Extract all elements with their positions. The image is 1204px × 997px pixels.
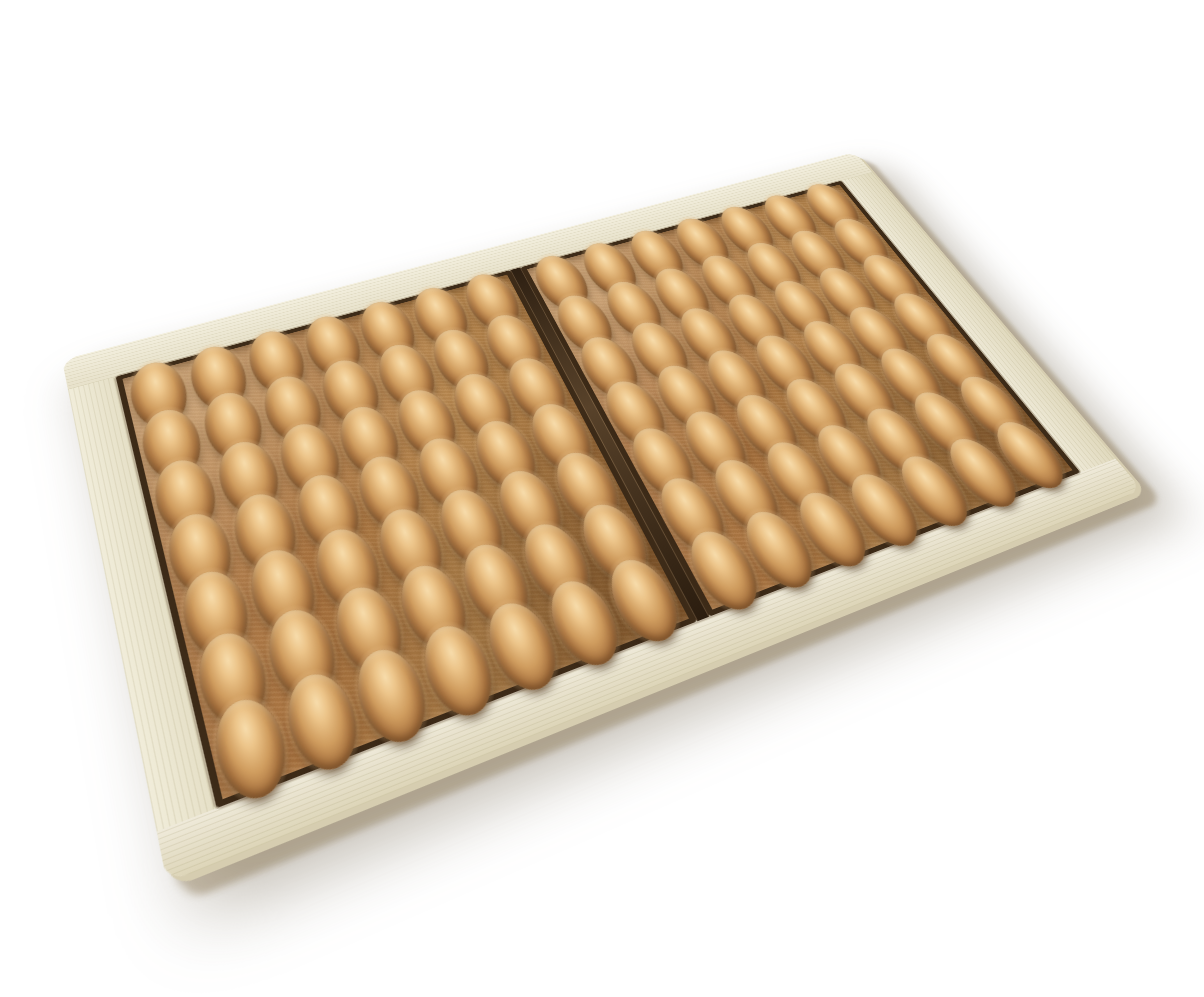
- photo-stage: [0, 0, 1204, 997]
- panels-row: [116, 181, 1081, 808]
- game-board: [62, 152, 1142, 883]
